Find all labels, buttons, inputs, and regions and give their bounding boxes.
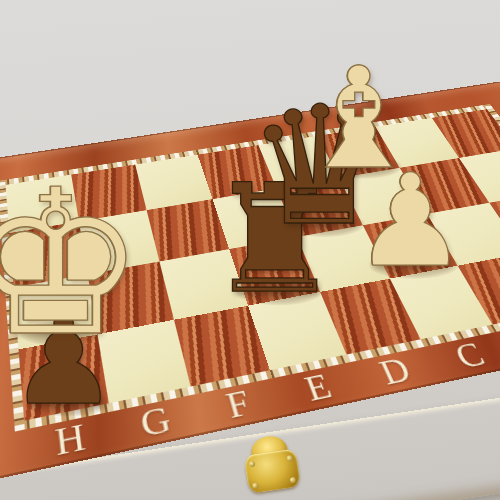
piece-shadow [20,321,100,346]
piece-shadow [25,390,111,417]
board-perspective-wrap: HGFEDCBA [0,0,500,500]
photo-scene: HGFEDCBA ♟♚♜♛♝♟ [0,0,500,500]
piece-shadow [283,211,365,237]
piece-shadow [324,154,402,179]
